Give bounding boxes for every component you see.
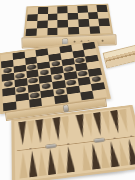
board-square [36, 28, 47, 36]
backgammon-point [19, 151, 28, 178]
backgammon-point [27, 120, 36, 144]
clasp [64, 105, 69, 111]
board-square [47, 27, 58, 35]
closed-box-lid-checkerboard [23, 4, 113, 38]
board-square [79, 26, 90, 34]
backgammon-point [76, 114, 87, 138]
backgammon-point [93, 112, 105, 136]
board-square [99, 26, 111, 34]
backgammon-point [84, 113, 95, 137]
backgammon-point [53, 117, 63, 141]
backgammon-points-bottom [19, 138, 135, 178]
board-square [58, 27, 69, 35]
backgammon-point [18, 121, 26, 145]
board-square [68, 27, 79, 35]
backgammon-point [119, 109, 132, 133]
backgammon-point [98, 142, 111, 169]
backgammon-point [44, 118, 54, 142]
backgammon-point [89, 143, 101, 170]
board-square [26, 28, 37, 36]
backgammon-point [46, 148, 56, 175]
bar-gap [73, 145, 82, 171]
backgammon-point [55, 147, 66, 174]
backgammon-point [28, 150, 37, 177]
backgammon-point [35, 119, 44, 143]
backgammon-point [37, 149, 47, 176]
bar-gap [70, 115, 78, 139]
closed-box-edge-view [103, 43, 135, 68]
product-photo-canvas [0, 0, 135, 180]
